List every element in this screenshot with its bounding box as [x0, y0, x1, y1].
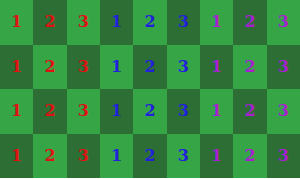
grid-cell-r2c8[interactable]: 2 [233, 45, 266, 90]
grid-cell-r1c3[interactable]: 3 [67, 0, 100, 45]
grid-cell-r3c9[interactable]: 3 [267, 89, 300, 134]
grid-cell-r2c7[interactable]: 1 [200, 45, 233, 90]
grid-cell-r4c2[interactable]: 2 [33, 134, 66, 179]
grid-cell-r1c4[interactable]: 1 [100, 0, 133, 45]
grid-cell-r4c1[interactable]: 1 [0, 134, 33, 179]
grid-cell-r1c8[interactable]: 2 [233, 0, 266, 45]
grid-cell-r2c4[interactable]: 1 [100, 45, 133, 90]
grid-cell-r1c1[interactable]: 1 [0, 0, 33, 45]
grid-cell-r3c4[interactable]: 1 [100, 89, 133, 134]
board: 123123123123123123123123123123123123 [0, 0, 300, 178]
grid-cell-r4c4[interactable]: 1 [100, 134, 133, 179]
grid-cell-r4c5[interactable]: 2 [133, 134, 166, 179]
grid-cell-r1c5[interactable]: 2 [133, 0, 166, 45]
grid-cell-r2c6[interactable]: 3 [167, 45, 200, 90]
grid-cell-r2c5[interactable]: 2 [133, 45, 166, 90]
grid-cell-r3c3[interactable]: 3 [67, 89, 100, 134]
grid-cell-r4c6[interactable]: 3 [167, 134, 200, 179]
grid-cell-r4c9[interactable]: 3 [267, 134, 300, 179]
grid-cell-r2c1[interactable]: 1 [0, 45, 33, 90]
grid-cell-r3c8[interactable]: 2 [233, 89, 266, 134]
grid-cell-r3c5[interactable]: 2 [133, 89, 166, 134]
grid-cell-r2c9[interactable]: 3 [267, 45, 300, 90]
grid-cell-r4c7[interactable]: 1 [200, 134, 233, 179]
grid-cell-r3c2[interactable]: 2 [33, 89, 66, 134]
grid-cell-r2c2[interactable]: 2 [33, 45, 66, 90]
grid-cell-r3c6[interactable]: 3 [167, 89, 200, 134]
grid-cell-r3c1[interactable]: 1 [0, 89, 33, 134]
grid-cell-r4c8[interactable]: 2 [233, 134, 266, 179]
grid-cell-r4c3[interactable]: 3 [67, 134, 100, 179]
grid-cell-r1c2[interactable]: 2 [33, 0, 66, 45]
grid-cell-r3c7[interactable]: 1 [200, 89, 233, 134]
grid-cell-r2c3[interactable]: 3 [67, 45, 100, 90]
grid-cell-r1c6[interactable]: 3 [167, 0, 200, 45]
grid-cell-r1c7[interactable]: 1 [200, 0, 233, 45]
grid-cell-r1c9[interactable]: 3 [267, 0, 300, 45]
